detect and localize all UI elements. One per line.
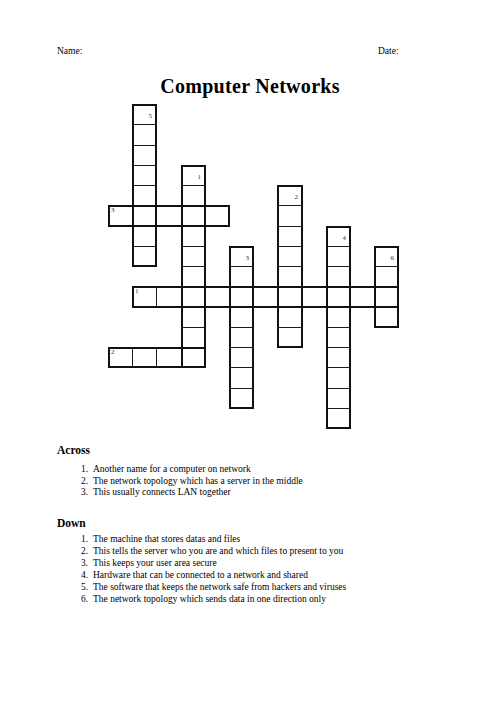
grid-cell[interactable] [326,347,351,368]
clue-row-down-1: 1.The machine that stores datas and file… [70,533,346,545]
grid-cell[interactable] [132,205,157,227]
down-clues: 1.The machine that stores datas and file… [70,533,346,605]
clue-list-number: 3. [70,487,88,499]
clue-row-across-2: 2.The network topology which has a serve… [70,476,303,488]
clue-number-down-1: 1 [181,174,201,181]
grid-cell[interactable] [374,307,399,328]
clue-list-number: 1. [70,464,88,476]
grid-cell[interactable] [181,246,206,267]
grid-cell[interactable] [181,347,206,368]
grid-cell[interactable] [277,266,303,287]
grid-cell[interactable] [156,205,182,227]
grid-cell[interactable] [302,286,327,308]
clue-row-across-1: 1.Another name for a computer on network [70,464,303,476]
clue-number-across-1: 1 [135,288,139,295]
grid-cell[interactable] [132,347,157,368]
page: Name: Date: Computer Networks 123123456 … [0,0,500,707]
grid-cell[interactable] [277,246,303,267]
grid-cell[interactable] [326,327,351,348]
grid-cell[interactable] [229,266,254,287]
grid-cell[interactable] [326,307,351,328]
clue-text: The network topology which sends data in… [93,593,326,605]
clue-list-number: 4. [70,569,88,581]
clue-text: The machine that stores datas and files [93,533,240,545]
grid-cell[interactable] [350,286,375,308]
clue-number-down-2: 2 [277,194,298,201]
clue-number-down-4: 4 [326,235,346,242]
grid-cell[interactable] [156,286,182,308]
grid-cell[interactable] [229,307,254,328]
grid-cell[interactable] [205,286,230,308]
grid-cell[interactable] [205,205,230,227]
grid-cell[interactable] [277,205,303,227]
clue-number-down-6: 6 [374,255,394,262]
down-heading: Down [57,517,86,529]
clue-list-number: 2. [70,545,88,557]
grid-cell[interactable] [132,226,157,247]
clue-list-number: 3. [70,557,88,569]
grid-cell[interactable] [374,286,399,308]
grid-cell[interactable] [181,205,206,227]
across-clues: 1.Another name for a computer on network… [70,464,303,499]
grid-cell[interactable] [229,367,254,389]
clue-text: Hardware that can be connected to a netw… [93,569,308,581]
clue-text: This tells the server who you are and wh… [93,545,343,557]
grid-cell[interactable] [277,307,303,328]
clue-text: This keeps your user area secure [93,557,217,569]
grid-cell[interactable] [253,286,278,308]
grid-cell[interactable] [326,408,351,429]
grid-cell[interactable] [277,226,303,247]
grid-cell[interactable] [229,327,254,348]
clue-row-down-6: 6.The network topology which sends data … [70,593,346,605]
grid-cell[interactable] [229,388,254,409]
clue-list-number: 1. [70,533,88,545]
grid-cell[interactable] [181,226,206,247]
clue-row-down-2: 2.This tells the server who you are and … [70,545,346,557]
clue-number-across-2: 2 [111,349,115,356]
grid-cell[interactable] [181,327,206,348]
grid-cell[interactable] [132,165,157,186]
clue-number-down-3: 3 [229,255,249,262]
grid-cell[interactable] [181,286,206,308]
clue-row-down-5: 5.The software that keeps the network sa… [70,581,346,593]
clue-number-down-5: 5 [132,113,152,120]
clue-row-across-3: 3.This usually connects LAN together [70,487,303,499]
clue-text: This usually connects LAN together [93,487,231,499]
grid-cell[interactable] [132,124,157,146]
clue-list-number: 5. [70,581,88,593]
grid-cell[interactable] [374,266,399,287]
across-heading: Across [57,444,90,456]
clue-number-across-3: 3 [111,207,115,214]
grid-cell[interactable] [132,185,157,206]
grid-cell[interactable] [132,145,157,166]
clue-list-number: 6. [70,593,88,605]
grid-cell[interactable] [277,327,303,348]
clue-row-down-4: 4.Hardware that can be connected to a ne… [70,569,346,581]
grid-cell[interactable] [277,286,303,308]
grid-cell[interactable] [326,246,351,267]
grid-cell[interactable] [156,347,182,368]
clue-text: The network topology which has a server … [93,476,303,488]
grid-cell[interactable] [181,185,206,206]
clue-text: Another name for a computer on network [93,464,251,476]
grid-cell[interactable] [229,286,254,308]
grid-cell[interactable] [132,246,157,267]
clue-text: The software that keeps the network safe… [93,581,346,593]
grid-cell[interactable] [326,388,351,409]
clue-list-number: 2. [70,476,88,488]
clue-row-down-3: 3.This keeps your user area secure [70,557,346,569]
grid-cell[interactable] [229,347,254,368]
grid-cell[interactable] [326,367,351,389]
grid-cell[interactable] [181,266,206,287]
grid-cell[interactable] [326,266,351,287]
grid-cell[interactable] [181,307,206,328]
grid-cell[interactable] [326,286,351,308]
